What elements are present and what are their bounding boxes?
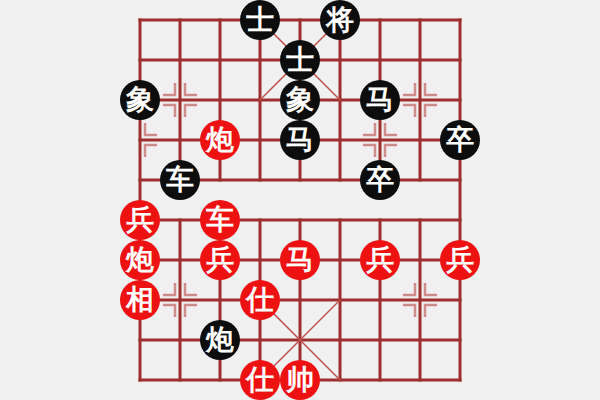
red-advisor[interactable]: 仕	[240, 280, 280, 320]
black-chariot[interactable]: 车	[160, 160, 200, 200]
black-cannon[interactable]: 炮	[200, 320, 240, 360]
red-soldier[interactable]: 兵	[200, 240, 240, 280]
black-horse[interactable]: 马	[280, 120, 320, 160]
black-advisor[interactable]: 士	[240, 0, 280, 40]
red-cannon[interactable]: 炮	[120, 240, 160, 280]
red-cannon[interactable]: 炮	[200, 120, 240, 160]
xiangqi-board[interactable]: 士将士象象马炮马卒车卒兵车炮兵马兵兵相仕炮仕帅	[0, 0, 600, 400]
black-elephant[interactable]: 象	[120, 80, 160, 120]
red-general[interactable]: 帅	[280, 360, 320, 400]
black-horse[interactable]: 马	[360, 80, 400, 120]
black-soldier[interactable]: 卒	[360, 160, 400, 200]
red-soldier[interactable]: 兵	[360, 240, 400, 280]
red-advisor[interactable]: 仕	[240, 360, 280, 400]
red-soldier[interactable]: 兵	[440, 240, 480, 280]
black-elephant[interactable]: 象	[280, 80, 320, 120]
screen: 士将士象象马炮马卒车卒兵车炮兵马兵兵相仕炮仕帅	[0, 0, 600, 400]
black-soldier[interactable]: 卒	[440, 120, 480, 160]
red-soldier[interactable]: 兵	[120, 200, 160, 240]
black-general[interactable]: 将	[320, 0, 360, 40]
black-advisor[interactable]: 士	[280, 40, 320, 80]
red-chariot[interactable]: 车	[200, 200, 240, 240]
red-elephant[interactable]: 相	[120, 280, 160, 320]
red-horse[interactable]: 马	[280, 240, 320, 280]
